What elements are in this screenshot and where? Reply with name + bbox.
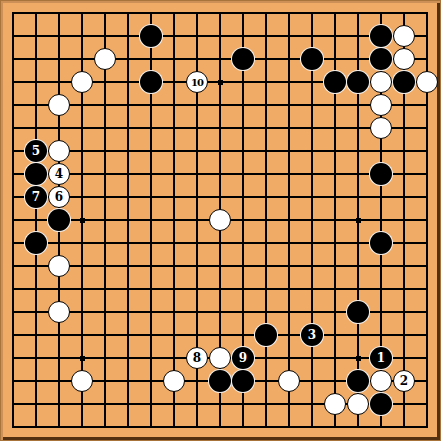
stone-white-c3r5 <box>48 94 70 116</box>
stone-white-c18r2 <box>393 25 415 47</box>
stone-white-c19r4 <box>416 71 438 93</box>
stone-black-c12r15 <box>255 324 277 346</box>
stone-black-c18r4 <box>393 71 415 93</box>
stone-black-c17r2 <box>370 25 392 47</box>
move-9-stone-black-c11r16: 9 <box>232 347 254 369</box>
stone-white-c17r17 <box>370 370 392 392</box>
stone-white-c3r14 <box>48 301 70 323</box>
stone-black-c10r17 <box>209 370 231 392</box>
go-board: 10547638912 <box>0 0 441 441</box>
star-point-c16r16 <box>356 356 361 361</box>
move-7-stone-black-c2r9: 7 <box>25 186 47 208</box>
stone-black-c16r17 <box>347 370 369 392</box>
move-5-stone-black-c2r7: 5 <box>25 140 47 162</box>
move-6-stone-white-c3r9: 6 <box>48 186 70 208</box>
stone-white-c18r3 <box>393 48 415 70</box>
stone-white-c17r4 <box>370 71 392 93</box>
stone-black-c7r4 <box>140 71 162 93</box>
move-8-stone-white-c9r16: 8 <box>186 347 208 369</box>
stone-white-c3r7 <box>48 140 70 162</box>
stone-black-c11r17 <box>232 370 254 392</box>
stone-black-c2r8 <box>25 163 47 185</box>
stone-white-c8r17 <box>163 370 185 392</box>
move-3-stone-black-c14r15: 3 <box>301 324 323 346</box>
stone-white-c4r4 <box>71 71 93 93</box>
star-point-c16r10 <box>356 218 361 223</box>
stone-white-c4r17 <box>71 370 93 392</box>
stone-black-c17r3 <box>370 48 392 70</box>
stone-black-c17r8 <box>370 163 392 185</box>
stone-white-c17r6 <box>370 117 392 139</box>
stone-white-c3r12 <box>48 255 70 277</box>
star-point-c4r10 <box>80 218 85 223</box>
stone-black-c14r3 <box>301 48 323 70</box>
stone-white-c10r10 <box>209 209 231 231</box>
stone-black-c16r4 <box>347 71 369 93</box>
stone-black-c15r4 <box>324 71 346 93</box>
star-point-c10r4 <box>218 80 223 85</box>
stone-black-c3r10 <box>48 209 70 231</box>
stone-white-c16r18 <box>347 393 369 415</box>
stone-white-c17r5 <box>370 94 392 116</box>
stone-black-c17r18 <box>370 393 392 415</box>
stone-black-c7r2 <box>140 25 162 47</box>
move-4-stone-white-c3r8: 4 <box>48 163 70 185</box>
move-2-stone-white-c18r17: 2 <box>393 370 415 392</box>
star-point-c4r16 <box>80 356 85 361</box>
stone-white-c15r18 <box>324 393 346 415</box>
move-10-stone-white-c9r4: 10 <box>186 71 208 93</box>
stone-white-c13r17 <box>278 370 300 392</box>
stone-white-c5r3 <box>94 48 116 70</box>
stone-white-c10r16 <box>209 347 231 369</box>
move-1-stone-black-c17r16: 1 <box>370 347 392 369</box>
stone-black-c17r11 <box>370 232 392 254</box>
stone-black-c16r14 <box>347 301 369 323</box>
stone-black-c11r3 <box>232 48 254 70</box>
stone-black-c2r11 <box>25 232 47 254</box>
